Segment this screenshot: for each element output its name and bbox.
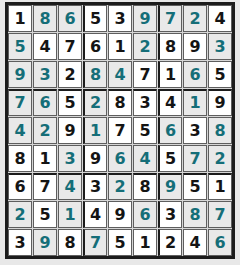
cell-r8c6: 6 <box>133 201 157 228</box>
cell-r1c4: 5 <box>83 5 107 32</box>
cell-r7c4: 3 <box>83 173 107 200</box>
cell-r2c2: 4 <box>33 33 57 60</box>
cell-r1c2: 8 <box>33 5 57 32</box>
cell-r5c4: 1 <box>83 117 107 144</box>
cell-r7c5: 2 <box>108 173 132 200</box>
cell-r6c2: 1 <box>33 145 57 172</box>
cell-r7c7: 9 <box>158 173 182 200</box>
cell-r1c8: 2 <box>183 5 207 32</box>
cell-r5c3: 9 <box>58 117 82 144</box>
cell-r9c1: 3 <box>8 229 32 256</box>
cell-r6c8: 7 <box>183 145 207 172</box>
cell-r4c5: 8 <box>108 89 132 116</box>
cell-r9c7: 2 <box>158 229 182 256</box>
cell-r8c1: 2 <box>8 201 32 228</box>
cell-r3c1: 9 <box>8 61 32 88</box>
cell-r4c6: 3 <box>133 89 157 116</box>
cell-r9c8: 4 <box>183 229 207 256</box>
cell-r3c9: 5 <box>208 61 232 88</box>
cell-r7c1: 6 <box>8 173 32 200</box>
cell-r5c8: 3 <box>183 117 207 144</box>
cell-r6c9: 2 <box>208 145 232 172</box>
cell-r4c1: 7 <box>8 89 32 116</box>
cell-r4c4: 2 <box>83 89 107 116</box>
sudoku-page: 1865397245476128939328471657652834194291… <box>0 0 240 265</box>
cell-r3c3: 2 <box>58 61 82 88</box>
cell-r3c6: 7 <box>133 61 157 88</box>
cell-r9c9: 6 <box>208 229 232 256</box>
cell-r9c4: 7 <box>83 229 107 256</box>
cell-r3c7: 1 <box>158 61 182 88</box>
cell-r3c4: 8 <box>83 61 107 88</box>
cell-r8c5: 9 <box>108 201 132 228</box>
cell-r2c1: 5 <box>8 33 32 60</box>
cell-r8c9: 7 <box>208 201 232 228</box>
cell-r2c9: 3 <box>208 33 232 60</box>
cell-r6c7: 5 <box>158 145 182 172</box>
cell-r6c1: 8 <box>8 145 32 172</box>
cell-r2c7: 8 <box>158 33 182 60</box>
cell-r7c2: 7 <box>33 173 57 200</box>
cell-r4c9: 9 <box>208 89 232 116</box>
cell-r8c4: 4 <box>83 201 107 228</box>
sudoku-grid: 1865397245476128939328471657652834194291… <box>8 5 232 256</box>
cell-r1c1: 1 <box>8 5 32 32</box>
cell-r6c3: 3 <box>58 145 82 172</box>
cell-r8c2: 5 <box>33 201 57 228</box>
cell-r9c2: 9 <box>33 229 57 256</box>
cell-r4c2: 6 <box>33 89 57 116</box>
cell-r8c3: 1 <box>58 201 82 228</box>
cell-r9c6: 1 <box>133 229 157 256</box>
cell-r2c3: 7 <box>58 33 82 60</box>
cell-r2c5: 1 <box>108 33 132 60</box>
cell-r3c8: 6 <box>183 61 207 88</box>
cell-r5c7: 6 <box>158 117 182 144</box>
cell-r3c5: 4 <box>108 61 132 88</box>
cell-r5c5: 7 <box>108 117 132 144</box>
cell-r7c6: 8 <box>133 173 157 200</box>
cell-r5c9: 8 <box>208 117 232 144</box>
cell-r7c8: 5 <box>183 173 207 200</box>
cell-r8c8: 8 <box>183 201 207 228</box>
cell-r9c5: 5 <box>108 229 132 256</box>
cell-r4c3: 5 <box>58 89 82 116</box>
cell-r2c8: 9 <box>183 33 207 60</box>
cell-r5c2: 2 <box>33 117 57 144</box>
cell-r7c9: 1 <box>208 173 232 200</box>
cell-r5c6: 5 <box>133 117 157 144</box>
cell-r1c5: 3 <box>108 5 132 32</box>
cell-r2c4: 6 <box>83 33 107 60</box>
cell-r1c6: 9 <box>133 5 157 32</box>
cell-r5c1: 4 <box>8 117 32 144</box>
cell-r4c8: 1 <box>183 89 207 116</box>
cell-r3c2: 3 <box>33 61 57 88</box>
sudoku-board: 1865397245476128939328471657652834194291… <box>5 2 235 259</box>
cell-r7c3: 4 <box>58 173 82 200</box>
cell-r2c6: 2 <box>133 33 157 60</box>
cell-r6c4: 9 <box>83 145 107 172</box>
cell-r6c5: 6 <box>108 145 132 172</box>
cell-r4c7: 4 <box>158 89 182 116</box>
cell-r1c9: 4 <box>208 5 232 32</box>
cell-r8c7: 3 <box>158 201 182 228</box>
cell-r1c3: 6 <box>58 5 82 32</box>
cell-r6c6: 4 <box>133 145 157 172</box>
cell-r1c7: 7 <box>158 5 182 32</box>
cell-r9c3: 8 <box>58 229 82 256</box>
